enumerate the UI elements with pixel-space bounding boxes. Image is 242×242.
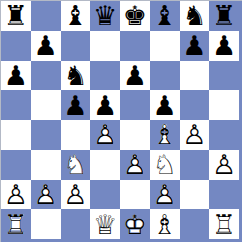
white-bishop-outline-glyph: ♗ (150, 120, 180, 150)
black-bishop-glyph: ♝ (150, 1, 180, 31)
square-c3[interactable]: ♞♘ (61, 150, 91, 180)
square-c8[interactable]: ♝ (61, 1, 91, 31)
square-f2[interactable]: ♟♙ (150, 180, 180, 210)
black-pawn-glyph: ♟ (31, 31, 61, 61)
piece-black-bishop[interactable]: ♝ (61, 1, 91, 31)
square-c7[interactable] (61, 31, 91, 61)
square-h4[interactable] (209, 120, 239, 150)
square-g3[interactable] (180, 150, 210, 180)
black-pawn-glyph: ♟ (120, 61, 150, 91)
black-bishop-glyph: ♝ (61, 1, 91, 31)
black-rook-glyph: ♜ (209, 1, 239, 31)
piece-white-pawn[interactable]: ♟♙ (1, 180, 31, 210)
square-a8[interactable]: ♜ (1, 1, 31, 31)
square-e2[interactable] (120, 180, 150, 210)
piece-black-knight[interactable]: ♞ (180, 1, 210, 31)
white-pawn-outline-glyph: ♙ (120, 150, 150, 180)
square-h5[interactable] (209, 90, 239, 120)
square-b8[interactable] (31, 1, 61, 31)
white-queen-outline-glyph: ♕ (90, 209, 120, 239)
square-g6[interactable] (180, 61, 210, 91)
square-b6[interactable] (31, 61, 61, 91)
square-d3[interactable] (90, 150, 120, 180)
square-f6[interactable] (150, 61, 180, 91)
white-bishop-outline-glyph: ♗ (150, 209, 180, 239)
white-pawn-outline-glyph: ♙ (90, 120, 120, 150)
square-c4[interactable] (61, 120, 91, 150)
piece-black-king[interactable]: ♚ (120, 1, 150, 31)
piece-black-pawn[interactable]: ♟ (150, 90, 180, 120)
square-a5[interactable] (1, 90, 31, 120)
piece-white-bishop[interactable]: ♝♗ (150, 209, 180, 239)
square-c5[interactable]: ♟ (61, 90, 91, 120)
square-b5[interactable] (31, 90, 61, 120)
black-rook-glyph: ♜ (1, 1, 31, 31)
piece-black-pawn[interactable]: ♟ (180, 31, 210, 61)
square-d4[interactable]: ♟♙ (90, 120, 120, 150)
white-pawn-outline-glyph: ♙ (1, 180, 31, 210)
square-g5[interactable] (180, 90, 210, 120)
square-c1[interactable] (61, 209, 91, 239)
piece-white-pawn[interactable]: ♟♙ (61, 180, 91, 210)
black-pawn-glyph: ♟ (209, 31, 239, 61)
black-pawn-glyph: ♟ (61, 90, 91, 120)
square-f3[interactable]: ♞♘ (150, 150, 180, 180)
square-g2[interactable] (180, 180, 210, 210)
piece-black-pawn[interactable]: ♟ (209, 31, 239, 61)
square-f1[interactable]: ♝♗ (150, 209, 180, 239)
square-a1[interactable]: ♜♖ (1, 209, 31, 239)
square-e7[interactable] (120, 31, 150, 61)
piece-black-pawn[interactable]: ♟ (90, 90, 120, 120)
piece-white-pawn[interactable]: ♟♙ (120, 150, 150, 180)
piece-black-knight[interactable]: ♞ (61, 61, 91, 91)
square-f5[interactable]: ♟ (150, 90, 180, 120)
piece-white-pawn[interactable]: ♟♙ (209, 150, 239, 180)
piece-black-pawn[interactable]: ♟ (61, 90, 91, 120)
white-pawn-outline-glyph: ♙ (31, 180, 61, 210)
piece-white-rook[interactable]: ♜♖ (1, 209, 31, 239)
white-knight-outline-glyph: ♘ (150, 150, 180, 180)
square-d2[interactable] (90, 180, 120, 210)
black-knight-glyph: ♞ (61, 61, 91, 91)
square-c6[interactable]: ♞ (61, 61, 91, 91)
white-rook-outline-glyph: ♖ (209, 209, 239, 239)
piece-black-pawn[interactable]: ♟ (31, 31, 61, 61)
square-h6[interactable] (209, 61, 239, 91)
piece-white-bishop[interactable]: ♝♗ (150, 120, 180, 150)
square-a3[interactable] (1, 150, 31, 180)
square-g4[interactable]: ♟♙ (180, 120, 210, 150)
piece-black-pawn[interactable]: ♟ (1, 61, 31, 91)
square-d6[interactable] (90, 61, 120, 91)
chess-board: ♜♝♛♚♝♞♜♟♟♟♟♞♟♟♟♟♟♙♝♗♟♙♞♘♟♙♞♘♟♙♟♙♟♙♟♙♟♙♜♖… (1, 1, 239, 239)
square-h8[interactable]: ♜ (209, 1, 239, 31)
square-a4[interactable] (1, 120, 31, 150)
white-knight-outline-glyph: ♘ (61, 150, 91, 180)
piece-black-queen[interactable]: ♛ (90, 1, 120, 31)
square-g1[interactable] (180, 209, 210, 239)
square-e1[interactable]: ♚♔ (120, 209, 150, 239)
square-g7[interactable]: ♟ (180, 31, 210, 61)
square-h3[interactable]: ♟♙ (209, 150, 239, 180)
piece-white-pawn[interactable]: ♟♙ (150, 180, 180, 210)
square-f4[interactable]: ♝♗ (150, 120, 180, 150)
piece-white-pawn[interactable]: ♟♙ (90, 120, 120, 150)
square-b1[interactable] (31, 209, 61, 239)
square-e5[interactable] (120, 90, 150, 120)
square-b3[interactable] (31, 150, 61, 180)
chess-board-frame: ♜♝♛♚♝♞♜♟♟♟♟♞♟♟♟♟♟♙♝♗♟♙♞♘♟♙♞♘♟♙♟♙♟♙♟♙♟♙♜♖… (0, 0, 242, 242)
square-a2[interactable]: ♟♙ (1, 180, 31, 210)
square-d7[interactable] (90, 31, 120, 61)
square-e4[interactable] (120, 120, 150, 150)
square-e6[interactable]: ♟ (120, 61, 150, 91)
piece-white-knight[interactable]: ♞♘ (61, 150, 91, 180)
square-g8[interactable]: ♞ (180, 1, 210, 31)
black-pawn-glyph: ♟ (90, 90, 120, 120)
black-queen-glyph: ♛ (90, 1, 120, 31)
white-pawn-outline-glyph: ♙ (209, 150, 239, 180)
black-pawn-glyph: ♟ (150, 90, 180, 120)
square-d5[interactable]: ♟ (90, 90, 120, 120)
square-b2[interactable]: ♟♙ (31, 180, 61, 210)
square-h1[interactable]: ♜♖ (209, 209, 239, 239)
white-pawn-outline-glyph: ♙ (61, 180, 91, 210)
square-h2[interactable] (209, 180, 239, 210)
square-d8[interactable]: ♛ (90, 1, 120, 31)
square-b4[interactable] (31, 120, 61, 150)
white-king-outline-glyph: ♔ (120, 209, 150, 239)
black-knight-glyph: ♞ (180, 1, 210, 31)
piece-black-bishop[interactable]: ♝ (150, 1, 180, 31)
piece-white-knight[interactable]: ♞♘ (150, 150, 180, 180)
square-f7[interactable] (150, 31, 180, 61)
white-pawn-outline-glyph: ♙ (180, 120, 210, 150)
square-f8[interactable]: ♝ (150, 1, 180, 31)
white-pawn-outline-glyph: ♙ (150, 180, 180, 210)
square-c2[interactable]: ♟♙ (61, 180, 91, 210)
piece-black-pawn[interactable]: ♟ (120, 61, 150, 91)
square-e8[interactable]: ♚ (120, 1, 150, 31)
piece-white-pawn[interactable]: ♟♙ (31, 180, 61, 210)
square-b7[interactable]: ♟ (31, 31, 61, 61)
black-pawn-glyph: ♟ (180, 31, 210, 61)
piece-black-rook[interactable]: ♜ (1, 1, 31, 31)
square-e3[interactable]: ♟♙ (120, 150, 150, 180)
piece-white-queen[interactable]: ♛♕ (90, 209, 120, 239)
piece-white-king[interactable]: ♚♔ (120, 209, 150, 239)
black-pawn-glyph: ♟ (1, 61, 31, 91)
piece-white-rook[interactable]: ♜♖ (209, 209, 239, 239)
square-d1[interactable]: ♛♕ (90, 209, 120, 239)
white-rook-outline-glyph: ♖ (1, 209, 31, 239)
piece-black-rook[interactable]: ♜ (209, 1, 239, 31)
piece-white-pawn[interactable]: ♟♙ (180, 120, 210, 150)
square-a7[interactable] (1, 31, 31, 61)
black-king-glyph: ♚ (120, 1, 150, 31)
square-a6[interactable]: ♟ (1, 61, 31, 91)
square-h7[interactable]: ♟ (209, 31, 239, 61)
